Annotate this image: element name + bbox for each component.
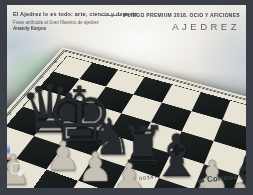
white-pawn: ♟ [77,149,113,186]
scan-background: ♛♚♞♜♝♟♝♟♟♟♟♝♟♟♟♞ abcdefgh 87654321 El Aj… [0,0,253,195]
white-pawn: ♟ [110,160,147,188]
chess-board: ♛♚♞♜♝♟♝♟♟♟♟♝♟♟♟♞ abcdefgh 87654321 [7,47,246,188]
sheet-title: AJEDREZ [101,21,240,32]
header-rule [101,15,121,16]
crown-icon [197,176,206,185]
board-scene: ♛♚♞♜♝♟♝♟♟♟♟♝♟♟♟♞ abcdefgh 87654321 [7,5,246,188]
hand-stamp-icon [11,163,21,174]
left-edge-print-mark [7,145,10,160]
series-header: PLIEGO PREMIUM 2018. OCIO Y AFICIONES AJ… [101,12,240,32]
white-pawn: ♟ [45,138,81,174]
stamp-sheet-photo: ♛♚♞♜♝♟♝♟♟♟♟♝♟♟♟♞ abcdefgh 87654321 El Aj… [7,5,246,188]
series-title: PLIEGO PREMIUM 2018. OCIO Y AFICIONES [124,12,240,18]
